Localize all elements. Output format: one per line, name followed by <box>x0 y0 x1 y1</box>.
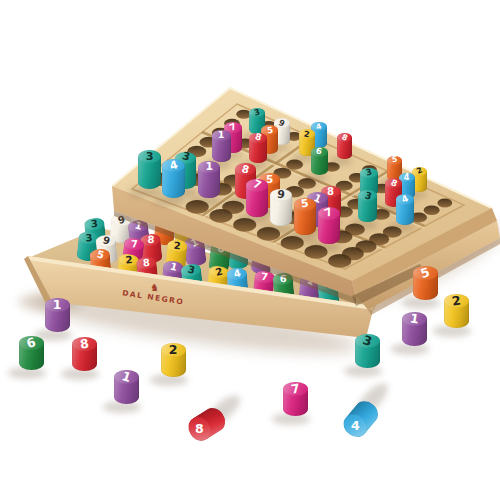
board-hole <box>287 132 302 141</box>
peg-side <box>84 223 106 248</box>
scattered-pegs: 521136824187 <box>0 0 500 500</box>
peg-number: 9 <box>316 279 323 289</box>
peg-number: 8 <box>389 178 398 188</box>
peg-top: 8 <box>321 186 341 198</box>
peg-number: 3 <box>253 108 261 117</box>
peg-side <box>270 195 292 226</box>
sudoku-peg-3: 3 <box>355 334 380 376</box>
peg-top: 1 <box>184 236 205 250</box>
peg-top: 5 <box>155 215 176 229</box>
sudoku-peg-2: 2 <box>206 265 230 301</box>
sudoku-peg-8: 8 <box>184 399 238 446</box>
peg-top: 9 <box>95 234 116 247</box>
sudoku-peg-3: 3 <box>249 108 265 140</box>
peg-side <box>235 169 256 198</box>
board-hole <box>342 247 364 260</box>
sudoku-peg-5: 5 <box>89 248 112 284</box>
peg-top: 6 <box>311 147 328 157</box>
board-hole <box>304 245 327 259</box>
peg-top: 9 <box>262 226 283 240</box>
peg-number: 4 <box>168 159 179 172</box>
peg-shadow <box>304 146 327 153</box>
peg-number: 1 <box>120 370 132 385</box>
peg-side <box>121 243 144 268</box>
peg-number: 4 <box>351 420 360 433</box>
sudoku-peg-1: 1 <box>198 161 220 204</box>
peg-number: 3 <box>361 334 373 349</box>
peg-number: 8 <box>142 258 150 269</box>
peg-top: 3 <box>175 152 197 165</box>
peg-shadow <box>352 195 378 203</box>
sudoku-peg-3: 3 <box>217 224 241 260</box>
sudoku-peg-2: 2 <box>165 239 188 275</box>
peg-top: 7 <box>123 237 144 251</box>
sudoku-peg-8: 8 <box>321 186 341 225</box>
peg-top: 2 <box>161 343 186 358</box>
peg-shadow <box>153 196 187 206</box>
sudoku-peg-5: 5 <box>387 156 402 186</box>
peg-side <box>175 158 197 189</box>
peg-side <box>259 179 280 208</box>
peg-number: 1 <box>409 312 420 326</box>
board-edge-highlight <box>112 88 492 208</box>
peg-shadow <box>391 343 429 355</box>
peg-side <box>198 224 221 249</box>
peg-top: 4 <box>311 122 326 131</box>
board-hole <box>349 173 365 183</box>
peg-top: 2 <box>173 221 194 234</box>
peg-top: 8 <box>184 413 215 445</box>
peg-shadow <box>129 187 163 197</box>
peg-top: 8 <box>235 163 256 175</box>
board-hole <box>369 233 389 245</box>
peg-top: 2 <box>167 239 188 252</box>
peg-top: 2 <box>412 167 427 176</box>
peg-shadow <box>103 401 141 413</box>
peg-side <box>249 112 265 134</box>
peg-top: 9 <box>274 118 290 127</box>
peg-side <box>399 177 415 199</box>
peg-side <box>161 350 186 377</box>
peg-side <box>444 301 469 328</box>
peg-top: 3 <box>180 263 201 277</box>
board-hole <box>236 110 251 119</box>
sudoku-peg-1: 1 <box>402 312 427 354</box>
peg-side <box>387 160 402 181</box>
peg-number: 7 <box>323 207 334 220</box>
board-hole <box>222 201 244 214</box>
peg-shadow <box>61 368 99 380</box>
peg-number: 9 <box>206 219 216 231</box>
block-divider <box>274 171 388 242</box>
peg-side <box>193 404 229 440</box>
peg-number: 8 <box>253 133 262 143</box>
block-divider-light <box>167 162 385 249</box>
board-hole <box>237 138 254 148</box>
peg-side <box>402 319 427 346</box>
peg-side <box>413 273 438 300</box>
sudoku-peg-1: 1 <box>307 192 328 233</box>
peg-side <box>286 230 308 255</box>
peg-number: 8 <box>327 187 334 197</box>
wooden-box-and-board <box>0 0 500 500</box>
peg-top: 4 <box>339 410 372 442</box>
peg-top: 1 <box>212 130 231 141</box>
sudoku-peg-5: 5 <box>259 173 280 214</box>
peg-number: 1 <box>206 162 214 173</box>
peg-number: 3 <box>223 226 231 237</box>
sudoku-peg-4: 4 <box>399 173 415 205</box>
peg-number: 6 <box>25 336 37 351</box>
peg-side <box>96 240 118 265</box>
peg-side <box>184 242 206 267</box>
peg-number: 8 <box>241 163 251 175</box>
peg-top: 2 <box>118 253 139 267</box>
block-divider <box>203 138 313 216</box>
peg-side <box>19 343 44 370</box>
peg-side <box>246 186 268 217</box>
peg-number: 3 <box>365 168 373 178</box>
peg-top: 4 <box>226 267 247 280</box>
peg-shadow <box>150 374 188 386</box>
peg-top: 1 <box>307 192 328 204</box>
peg-side <box>76 237 98 262</box>
board-hole <box>286 160 303 170</box>
peg-side <box>311 127 326 148</box>
sudoku-peg-3: 3 <box>76 231 100 267</box>
peg-side <box>273 278 295 303</box>
board-hole <box>163 164 184 177</box>
peg-number: 6 <box>315 147 323 157</box>
board-hole <box>437 199 452 208</box>
peg-number: 1 <box>169 261 178 272</box>
peg-number: 2 <box>451 294 462 308</box>
peg-number: 6 <box>279 274 287 285</box>
peg-side <box>206 271 228 296</box>
drawer-floor <box>28 228 380 310</box>
peg-number: 2 <box>416 167 424 176</box>
peg-number: 3 <box>146 151 154 162</box>
peg-number: 3 <box>310 230 321 242</box>
board-hole <box>410 212 427 222</box>
peg-number: 7 <box>261 272 269 283</box>
board-hole <box>372 209 390 220</box>
sudoku-peg-6: 6 <box>19 336 44 378</box>
peg-shadow <box>250 206 281 216</box>
sudoku-peg-9: 9 <box>268 246 291 282</box>
peg-top: 6 <box>19 336 44 351</box>
sudoku-peg-4: 4 <box>162 159 185 204</box>
peg-number: 1 <box>259 246 268 257</box>
peg-shadow <box>291 155 316 163</box>
board-rim-back-right <box>230 88 492 213</box>
sudoku-peg-1: 1 <box>212 130 231 168</box>
sudoku-peg-3: 3 <box>360 168 377 202</box>
block-divider-light <box>202 134 424 228</box>
peg-side <box>311 255 334 280</box>
board-hole <box>272 194 292 206</box>
peg-number: 8 <box>195 423 204 436</box>
sudoku-peg-9: 9 <box>274 118 290 150</box>
sudoku-peg-2: 2 <box>173 221 196 257</box>
block-divider <box>167 161 385 248</box>
peg-top: 2 <box>444 294 469 309</box>
sudoku-peg-8: 8 <box>140 233 164 269</box>
board-hole <box>336 181 353 191</box>
sudoku-peg-3: 3 <box>226 239 249 275</box>
sudoku-peg-6: 6 <box>272 272 295 308</box>
peg-shadow <box>266 144 291 152</box>
peg-side <box>396 200 414 225</box>
peg-top: 5 <box>294 198 316 211</box>
peg-top: 1 <box>163 260 184 273</box>
peg-shadow <box>189 196 222 206</box>
peg-number: 7 <box>251 223 259 234</box>
sudoku-peg-1: 1 <box>184 236 208 272</box>
peg-number: 8 <box>147 235 155 245</box>
peg-side <box>109 219 131 244</box>
drawer-top-edge <box>28 256 374 310</box>
peg-top: 2 <box>208 265 229 279</box>
peg-number: 5 <box>301 198 310 210</box>
board-hole <box>199 165 219 177</box>
peg-top: 5 <box>261 125 278 135</box>
peg-side <box>217 230 239 255</box>
board-hole <box>236 166 255 177</box>
sudoku-peg-3: 3 <box>358 190 377 228</box>
peg-number: 9 <box>268 227 277 238</box>
board-rim-back-left <box>112 88 236 191</box>
sudoku-peg-3: 3 <box>175 152 197 195</box>
peg-number: 5 <box>95 249 104 260</box>
peg-side <box>412 171 427 192</box>
peg-side <box>208 248 230 273</box>
peg-shadow <box>404 191 427 198</box>
peg-shadow <box>8 367 46 379</box>
peg-side <box>212 135 231 162</box>
peg-top: 7 <box>224 122 242 133</box>
peg-shadow <box>203 160 232 169</box>
peg-top: 9 <box>270 189 292 202</box>
sudoku-peg-4: 4 <box>226 267 249 303</box>
peg-top: 4 <box>295 244 316 258</box>
peg-side <box>298 280 320 305</box>
peg-number: 3 <box>90 219 98 230</box>
board-hole <box>261 176 280 187</box>
board-hole <box>355 240 376 253</box>
peg-top: 4 <box>162 159 185 172</box>
sudoku-peg-7: 7 <box>246 179 268 222</box>
peg-number: 5 <box>162 217 170 227</box>
peg-side <box>283 389 308 416</box>
peg-side <box>385 183 402 207</box>
board-hole <box>283 212 304 225</box>
peg-top: 3 <box>249 108 265 117</box>
peg-number: 3 <box>363 190 372 201</box>
board-hole <box>383 226 402 237</box>
peg-number: 3 <box>322 278 333 290</box>
peg-side <box>262 232 284 257</box>
sudoku-peg-9: 9 <box>109 213 132 249</box>
peg-top: 5 <box>259 173 280 185</box>
shadow <box>29 283 361 365</box>
peg-shadow <box>433 325 471 337</box>
peg-side <box>138 156 161 188</box>
board-hole <box>281 236 304 250</box>
peg-side <box>243 227 265 252</box>
sudoku-peg-2: 2 <box>444 294 469 336</box>
peg-top: 1 <box>45 298 70 313</box>
peg-number: 5 <box>391 156 397 164</box>
peg-shadow <box>165 187 198 197</box>
peg-shadow <box>350 220 379 229</box>
sudoku-peg-5: 5 <box>261 125 278 159</box>
board-pegs: 39475281865332341848578349157 <box>0 0 500 500</box>
sudoku-peg-6: 6 <box>311 147 328 181</box>
peg-number: 1 <box>312 192 323 204</box>
peg-drawer: 953912736933589172361499582813247613 <box>0 0 500 500</box>
board-hole <box>328 254 351 268</box>
peg-side <box>337 138 352 159</box>
peg-number: 2 <box>179 222 190 234</box>
sudoku-peg-8: 8 <box>72 337 97 379</box>
sudoku-peg-5: 5 <box>413 266 438 308</box>
peg-top: 4 <box>399 173 415 182</box>
sudoku-peg-2: 2 <box>299 129 315 161</box>
peg-top: 2 <box>299 129 315 138</box>
peg-number: 4 <box>302 246 310 256</box>
dal-negro-logo: ♞ DAL NEGRO <box>115 277 193 307</box>
peg-number: 1 <box>133 221 142 232</box>
peg-shadow <box>352 379 392 420</box>
peg-number: 2 <box>214 266 223 277</box>
board-hole <box>224 174 244 186</box>
peg-side <box>345 397 382 434</box>
drawer-front <box>28 256 374 338</box>
peg-top: 3 <box>78 231 99 245</box>
board-hole <box>334 206 353 217</box>
sudoku-peg-5: 5 <box>153 215 177 251</box>
sudoku-peg-7: 7 <box>243 221 266 257</box>
peg-number: 5 <box>266 126 273 135</box>
peg-shadow <box>377 205 403 213</box>
peg-shadow <box>202 391 244 430</box>
board-hole <box>309 196 328 207</box>
sudoku-peg-1: 1 <box>127 219 151 256</box>
peg-number: 1 <box>189 237 200 249</box>
peg-shadow <box>241 133 266 141</box>
board-hole <box>261 121 276 130</box>
peg-shadow <box>388 223 415 231</box>
peg-side <box>45 305 70 332</box>
board-hole <box>212 128 229 138</box>
peg-side <box>224 127 242 152</box>
peg-shadow <box>302 174 328 182</box>
peg-shadow <box>329 157 352 164</box>
peg-side <box>162 166 185 198</box>
peg-number: 2 <box>173 241 181 252</box>
peg-number: 9 <box>101 235 110 246</box>
peg-number: 6 <box>215 243 226 255</box>
peg-side <box>318 270 343 294</box>
peg-side <box>318 214 340 245</box>
case-front-face <box>356 221 500 310</box>
peg-top: 3 <box>226 239 247 252</box>
sudoku-peg-1: 1 <box>250 244 274 281</box>
sudoku-peg-9: 9 <box>95 234 118 270</box>
peg-side <box>174 227 196 252</box>
board-hole <box>323 188 341 199</box>
sudoku-peg-3: 3 <box>138 150 161 195</box>
board-hole <box>324 162 340 172</box>
peg-top: 5 <box>330 233 351 247</box>
peg-top: 8 <box>136 256 157 270</box>
peg-top: 1 <box>127 219 148 233</box>
peg-side <box>360 173 377 197</box>
board-hole <box>298 178 316 189</box>
peg-shadow <box>285 233 318 243</box>
floor-shadows <box>0 0 500 500</box>
block-divider <box>202 132 424 226</box>
peg-side <box>321 192 341 220</box>
peg-side <box>261 130 278 154</box>
board-hole <box>209 209 232 223</box>
peg-top: 3 <box>304 229 325 242</box>
board-hole <box>345 223 365 235</box>
peg-number: 1 <box>305 275 316 287</box>
peg-side <box>328 239 351 264</box>
peg-shadow <box>390 198 415 206</box>
peg-shadow <box>237 214 270 224</box>
peg-side <box>317 283 339 308</box>
sudoku-peg-1: 1 <box>114 370 139 412</box>
sudoku-peg-3: 3 <box>304 229 327 265</box>
peg-top: 3 <box>84 217 105 231</box>
block-divider-light <box>203 139 313 217</box>
sudoku-peg-2: 2 <box>412 167 427 197</box>
sudoku-peg-4: 4 <box>311 122 326 152</box>
sudoku-peg-6: 6 <box>286 224 309 260</box>
board-hole <box>362 165 377 174</box>
peg-side <box>305 235 327 260</box>
peg-shadow <box>272 413 310 425</box>
sudoku-peg-8: 8 <box>385 178 402 212</box>
peg-number: 2 <box>169 344 178 357</box>
peg-side <box>358 195 377 222</box>
peg-side <box>293 250 315 275</box>
sudoku-peg-7: 7 <box>121 237 145 274</box>
peg-shadow <box>261 224 294 234</box>
peg-top: 3 <box>217 224 238 238</box>
peg-shadow <box>344 365 382 377</box>
peg-top: 1 <box>300 274 321 287</box>
peg-side <box>252 276 274 301</box>
peg-top: 1 <box>252 244 273 258</box>
sudoku-peg-3: 3 <box>317 277 341 313</box>
peg-number: 4 <box>401 194 410 205</box>
board-hole <box>273 168 291 179</box>
peg-number: 5 <box>266 174 273 184</box>
peg-side <box>114 377 139 404</box>
sudoku-peg-4: 4 <box>339 389 389 442</box>
peg-side <box>165 245 187 270</box>
board-rim-front-right <box>352 208 497 295</box>
peg-number: 5 <box>337 235 345 246</box>
peg-top: 9 <box>111 213 132 226</box>
sudoku-peg-8: 8 <box>235 163 256 204</box>
grid-frame <box>132 104 464 269</box>
peg-number: 2 <box>303 129 310 138</box>
